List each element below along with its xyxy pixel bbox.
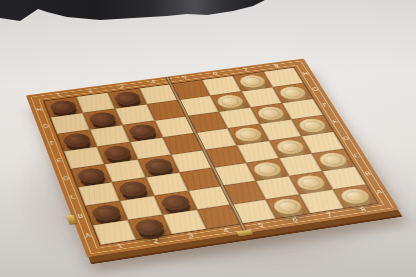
checker-glyph: ⛂ (90, 204, 123, 223)
dark-checker-piece-B3: ⛂ (159, 194, 192, 212)
dark-checker-piece-F1: ⛂ (62, 132, 93, 149)
checker-glyph: ⛀ (296, 117, 328, 133)
checker-glyph: ⛂ (133, 218, 166, 237)
dark-checker-piece-D3: ⛂ (143, 157, 175, 174)
light-checker-piece-G6: ⛀ (215, 94, 246, 110)
light-checker-piece-G8: ⛀ (277, 85, 308, 100)
checker-glyph: ⛂ (48, 99, 78, 115)
checker-glyph: ⛀ (317, 151, 350, 168)
dark-checker-piece-E2: ⛂ (102, 145, 133, 162)
checker-glyph: ⛀ (215, 94, 246, 110)
dark-checker-piece-A2: ⛂ (133, 218, 166, 237)
dark-checker-piece-H3: ⛂ (112, 91, 142, 107)
dark-checker-piece-H1: ⛂ (48, 99, 78, 115)
checker-glyph: ⛂ (102, 145, 133, 162)
checker-glyph: ⛀ (274, 139, 306, 156)
checker-glyph: ⛂ (62, 132, 93, 149)
dark-checker-piece-C2: ⛂ (117, 180, 149, 198)
checker-glyph: ⛂ (112, 91, 142, 107)
photo-scene: 12345678H⛂⛂⛀HG⛂⛀⛀GF⛂⛂⛀FE⛂⛀⛀ED⛂⛂⛀DC⛂⛀⛀CB⛂… (0, 0, 416, 277)
checker-glyph: ⛀ (251, 161, 284, 178)
checker-glyph: ⛂ (117, 180, 149, 198)
light-checker-piece-A6: ⛀ (271, 197, 305, 215)
checker-glyph: ⛂ (75, 167, 107, 185)
light-checker-piece-E8: ⛀ (296, 117, 328, 133)
light-checker-piece-C6: ⛀ (251, 161, 284, 178)
checker-glyph: ⛀ (255, 105, 286, 121)
checker-glyph: ⛀ (232, 126, 264, 142)
checker-glyph: ⛂ (87, 111, 117, 127)
light-checker-piece-C8: ⛀ (317, 151, 350, 168)
checker-glyph: ⛂ (143, 157, 175, 174)
checker-glyph: ⛂ (159, 194, 192, 212)
light-checker-piece-E6: ⛀ (232, 126, 264, 142)
light-checker-piece-A8: ⛀ (338, 187, 372, 205)
checker-glyph: ⛀ (277, 85, 308, 100)
checker-glyph: ⛂ (127, 123, 158, 139)
dark-checker-piece-D1: ⛂ (75, 167, 107, 185)
dark-checker-piece-B1: ⛂ (90, 204, 123, 223)
dark-checker-piece-F3: ⛂ (127, 123, 158, 139)
light-checker-piece-B7: ⛀ (294, 174, 328, 192)
checker-glyph: ⛀ (271, 197, 305, 215)
light-checker-piece-F7: ⛀ (255, 105, 286, 121)
dark-checker-piece-G2: ⛂ (87, 111, 117, 127)
checker-glyph: ⛀ (338, 187, 372, 205)
light-checker-piece-D7: ⛀ (274, 139, 306, 156)
checker-glyph: ⛀ (294, 174, 328, 192)
light-checker-piece-H7: ⛀ (237, 74, 267, 89)
checker-glyph: ⛀ (237, 74, 267, 89)
